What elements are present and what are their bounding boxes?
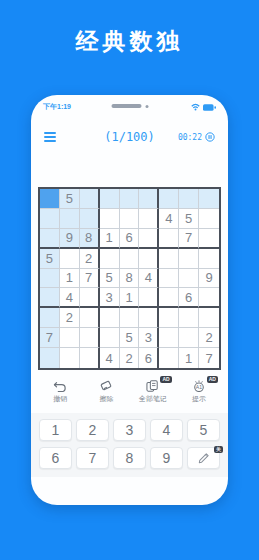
sudoku-cell-r2c8[interactable]: 5: [179, 209, 199, 229]
sudoku-cell-r3c5[interactable]: 6: [120, 229, 140, 249]
numpad-row-1: 12345: [39, 419, 220, 441]
sudoku-cell-r4c4[interactable]: [100, 249, 120, 269]
svg-text:A1: A1: [196, 384, 202, 390]
sudoku-cell-r4c2[interactable]: [60, 249, 80, 269]
sudoku-cell-r6c1[interactable]: [40, 288, 60, 308]
sudoku-cell-r9c8[interactable]: 1: [179, 348, 199, 368]
battery-icon: [203, 104, 216, 111]
ad-badge: AD: [160, 376, 171, 383]
app-title: 经典数独: [0, 26, 259, 57]
toolbar: 撤销 擦除 AD 全部笔记 AD: [31, 378, 228, 414]
sudoku-cell-r4c6[interactable]: [139, 249, 159, 269]
numpad-button-1[interactable]: 1: [39, 419, 72, 441]
sudoku-cell-r1c9[interactable]: [199, 189, 219, 209]
sudoku-cell-r5c9[interactable]: 9: [199, 269, 219, 289]
sudoku-cell-r5c3[interactable]: 7: [80, 269, 100, 289]
sudoku-cell-r3c7[interactable]: [159, 229, 179, 249]
status-time: 下午1:19: [43, 102, 71, 112]
erase-label: 擦除: [99, 394, 113, 404]
undo-button[interactable]: 撤销: [45, 378, 75, 404]
erase-button[interactable]: 擦除: [91, 378, 121, 404]
game-header: (1/100) 00:22: [31, 128, 228, 146]
sudoku-cell-r6c2[interactable]: 4: [60, 288, 80, 308]
sudoku-cell-r6c8[interactable]: 6: [179, 288, 199, 308]
sudoku-board: 545981675217584943162753242617: [38, 187, 221, 370]
all-notes-label: 全部笔记: [139, 394, 167, 404]
sudoku-cell-r1c5[interactable]: [120, 189, 140, 209]
sudoku-cell-r3c8[interactable]: 7: [179, 229, 199, 249]
sudoku-cell-r8c8[interactable]: [179, 328, 199, 348]
sudoku-cell-r2c7[interactable]: 4: [159, 209, 179, 229]
level-counter: (1/100): [104, 130, 155, 144]
sudoku-cell-r7c9[interactable]: [199, 308, 219, 328]
numpad-button-4[interactable]: 4: [150, 419, 183, 441]
all-notes-button[interactable]: AD 全部笔记: [138, 378, 168, 404]
sudoku-cell-r6c5[interactable]: 1: [120, 288, 140, 308]
sudoku-cell-r3c2[interactable]: 9: [60, 229, 80, 249]
hint-icon: A1: [192, 380, 206, 392]
numpad-button-7[interactable]: 7: [76, 447, 109, 469]
sudoku-cell-r6c6[interactable]: [139, 288, 159, 308]
sudoku-cell-r8c1[interactable]: 7: [40, 328, 60, 348]
sudoku-cell-r9c6[interactable]: 6: [139, 348, 159, 368]
sudoku-cell-r1c8[interactable]: [179, 189, 199, 209]
sudoku-cell-r4c7[interactable]: [159, 249, 179, 269]
sudoku-cell-r1c1[interactable]: [40, 189, 60, 209]
sudoku-cell-r3c4[interactable]: 1: [100, 229, 120, 249]
sudoku-cell-r1c4[interactable]: [100, 189, 120, 209]
pencil-icon: [197, 452, 210, 465]
undo-label: 撤销: [53, 394, 67, 404]
sudoku-cell-r1c7[interactable]: [159, 189, 179, 209]
status-bar: 下午1:19: [31, 100, 228, 114]
sudoku-cell-r7c7[interactable]: [159, 308, 179, 328]
sudoku-cell-r9c3[interactable]: [80, 348, 100, 368]
sudoku-cell-r2c9[interactable]: [199, 209, 219, 229]
sudoku-cell-r9c1[interactable]: [40, 348, 60, 368]
hint-label: 提示: [192, 394, 206, 404]
numpad-row-2: 6789 关: [39, 447, 220, 469]
sudoku-cell-r1c3[interactable]: [80, 189, 100, 209]
sudoku-cell-r9c4[interactable]: 4: [100, 348, 120, 368]
sudoku-cell-r2c6[interactable]: [139, 209, 159, 229]
numpad-button-5[interactable]: 5: [187, 419, 220, 441]
sudoku-cell-r8c6[interactable]: 3: [139, 328, 159, 348]
sudoku-cell-r8c5[interactable]: 5: [120, 328, 140, 348]
numpad-button-3[interactable]: 3: [113, 419, 146, 441]
sudoku-cell-r4c1[interactable]: 5: [40, 249, 60, 269]
sudoku-cell-r4c8[interactable]: [179, 249, 199, 269]
sudoku-cell-r1c2[interactable]: 5: [60, 189, 80, 209]
sudoku-cell-r7c4[interactable]: [100, 308, 120, 328]
sudoku-cell-r7c6[interactable]: [139, 308, 159, 328]
notes-icon: [146, 380, 159, 392]
sudoku-cell-r2c5[interactable]: [120, 209, 140, 229]
sudoku-cell-r3c3[interactable]: 8: [80, 229, 100, 249]
sudoku-cell-r6c3[interactable]: [80, 288, 100, 308]
sudoku-cell-r8c7[interactable]: [159, 328, 179, 348]
sudoku-cell-r8c2[interactable]: [60, 328, 80, 348]
sudoku-cell-r1c6[interactable]: [139, 189, 159, 209]
sudoku-cell-r7c8[interactable]: [179, 308, 199, 328]
pause-icon[interactable]: [205, 132, 215, 142]
sudoku-cell-r5c4[interactable]: 5: [100, 269, 120, 289]
sudoku-cell-r5c5[interactable]: 8: [120, 269, 140, 289]
sudoku-cell-r5c6[interactable]: 4: [139, 269, 159, 289]
camera-notch: [111, 104, 148, 108]
pencil-badge: 关: [214, 446, 223, 453]
sudoku-cell-r2c3[interactable]: [80, 209, 100, 229]
sudoku-cell-r7c2[interactable]: 2: [60, 308, 80, 328]
sudoku-cell-r3c9[interactable]: [199, 229, 219, 249]
sudoku-cell-r2c2[interactable]: [60, 209, 80, 229]
sudoku-cell-r4c9[interactable]: [199, 249, 219, 269]
pencil-button[interactable]: 关: [187, 447, 220, 469]
numpad-button-6[interactable]: 6: [39, 447, 72, 469]
numpad-button-8[interactable]: 8: [113, 447, 146, 469]
sudoku-cell-r4c3[interactable]: 2: [80, 249, 100, 269]
sudoku-cell-r5c7[interactable]: [159, 269, 179, 289]
eraser-icon: [99, 380, 113, 392]
sudoku-cell-r7c1[interactable]: [40, 308, 60, 328]
sudoku-cell-r6c9[interactable]: [199, 288, 219, 308]
numpad-button-9[interactable]: 9: [150, 447, 183, 469]
undo-icon: [53, 380, 67, 392]
sudoku-cell-r3c6[interactable]: [139, 229, 159, 249]
sudoku-cell-r8c4[interactable]: [100, 328, 120, 348]
numpad-button-2[interactable]: 2: [76, 419, 109, 441]
sudoku-cell-r8c9[interactable]: 2: [199, 328, 219, 348]
sudoku-cell-r6c4[interactable]: 3: [100, 288, 120, 308]
sudoku-cell-r7c3[interactable]: [80, 308, 100, 328]
sudoku-cell-r4c5[interactable]: [120, 249, 140, 269]
phone-mockup: 下午1:19 (1/100): [31, 95, 228, 505]
sudoku-cell-r9c5[interactable]: 2: [120, 348, 140, 368]
sudoku-cell-r2c4[interactable]: [100, 209, 120, 229]
sudoku-cell-r9c9[interactable]: 7: [199, 348, 219, 368]
sudoku-cell-r9c7[interactable]: [159, 348, 179, 368]
sudoku-cell-r2c1[interactable]: [40, 209, 60, 229]
menu-icon[interactable]: [44, 132, 56, 142]
hint-button[interactable]: AD A1 提示: [184, 378, 214, 404]
sudoku-cell-r7c5[interactable]: [120, 308, 140, 328]
sudoku-cell-r8c3[interactable]: [80, 328, 100, 348]
sudoku-cell-r6c7[interactable]: [159, 288, 179, 308]
wifi-icon: [191, 103, 200, 111]
sudoku-cell-r3c1[interactable]: [40, 229, 60, 249]
sudoku-cell-r9c2[interactable]: [60, 348, 80, 368]
sudoku-cell-r5c8[interactable]: [179, 269, 199, 289]
ad-badge: AD: [207, 376, 218, 383]
sudoku-cell-r5c2[interactable]: 1: [60, 269, 80, 289]
sudoku-cell-r5c1[interactable]: [40, 269, 60, 289]
timer: 00:22: [178, 133, 202, 142]
